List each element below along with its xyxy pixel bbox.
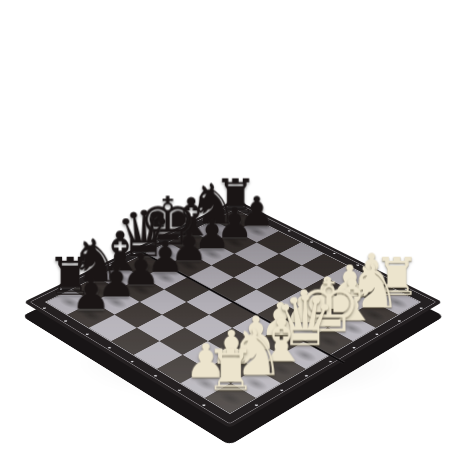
piece-shadow (100, 293, 132, 311)
chess-board: ♜♟♟♜♞♟♟♞♝♟♟♝♚♟♟♚♛♟♟♛♝♟♟♝♞♟♟♞♜♟♟♜ (24, 200, 443, 429)
piece-shadow (355, 281, 388, 298)
piece-shadow (54, 293, 86, 311)
product-photo-background: ♜♟♟♜♞♟♟♞♝♟♟♝♚♟♟♚♛♟♟♛♝♟♟♝♞♟♟♞♜♟♟♜ (0, 0, 450, 450)
piece-shadow (311, 306, 344, 324)
black-rook-h8: ♜ (196, 175, 274, 221)
piece-shadow (213, 388, 248, 409)
piece-shadow (188, 373, 223, 393)
piece-shadow (75, 306, 107, 324)
square-f3 (280, 290, 327, 315)
square-f1: ♝ (328, 315, 376, 341)
black-queen-d8: ♛ (103, 205, 184, 266)
piece-shadow (380, 293, 413, 311)
board-squares: ♜♟♟♜♞♟♟♞♝♟♟♝♚♟♟♚♛♟♟♛♝♟♟♝♞♟♟♞♜♟♟♜ (46, 210, 419, 413)
chess-set-scene: ♜♟♟♜♞♟♟♞♝♟♟♝♚♟♟♚♛♟♟♛♝♟♟♝♞♟♟♞♜♟♟♜ (0, 0, 450, 450)
piece-shadow (288, 345, 322, 364)
piece-shadow (214, 359, 248, 379)
piece-shadow (173, 257, 204, 273)
